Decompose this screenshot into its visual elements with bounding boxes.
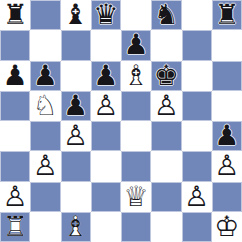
square-c5[interactable]: ♟	[61, 91, 91, 121]
square-e7[interactable]: ♟	[121, 30, 151, 60]
square-g8[interactable]	[182, 0, 212, 30]
square-e8[interactable]	[121, 0, 151, 30]
black-pawn-glyph: ♟	[212, 121, 242, 151]
white-king-piece[interactable]: ♚♔	[212, 212, 242, 242]
white-pawn-outline: ♙	[212, 151, 242, 181]
square-e5[interactable]	[121, 91, 151, 121]
black-pawn-glyph: ♟	[0, 61, 30, 91]
square-e6[interactable]: ♝♗	[121, 61, 151, 91]
white-knight-piece[interactable]: ♞♘	[30, 91, 60, 121]
white-rook-piece[interactable]: ♜♖	[0, 212, 30, 242]
black-pawn-piece[interactable]: ♟	[121, 30, 151, 60]
white-pawn-outline: ♙	[151, 91, 181, 121]
black-pawn-piece[interactable]: ♟	[61, 91, 91, 121]
black-queen-glyph: ♛	[91, 0, 121, 30]
black-rook-piece[interactable]: ♜	[0, 0, 30, 30]
square-d2[interactable]	[91, 182, 121, 212]
square-d3[interactable]	[91, 151, 121, 181]
white-pawn-piece[interactable]: ♟♙	[151, 91, 181, 121]
black-pawn-glyph: ♟	[121, 30, 151, 60]
square-b6[interactable]: ♟	[30, 61, 60, 91]
square-h4[interactable]: ♟	[212, 121, 242, 151]
black-pawn-glyph: ♟	[91, 61, 121, 91]
square-d1[interactable]	[91, 212, 121, 242]
square-b3[interactable]: ♟♙	[30, 151, 60, 181]
square-c2[interactable]	[61, 182, 91, 212]
square-g2[interactable]: ♟♙	[182, 182, 212, 212]
black-rook-glyph: ♜	[212, 0, 242, 30]
square-f7[interactable]	[151, 30, 181, 60]
white-bishop-piece[interactable]: ♝♗	[61, 212, 91, 242]
square-h7[interactable]	[212, 30, 242, 60]
white-knight-outline: ♘	[30, 91, 60, 121]
white-pawn-outline: ♙	[91, 91, 121, 121]
black-rook-glyph: ♜	[0, 0, 30, 30]
square-f8[interactable]: ♞	[151, 0, 181, 30]
white-bishop-outline: ♗	[121, 61, 151, 91]
white-queen-piece[interactable]: ♛♕	[121, 182, 151, 212]
square-c7[interactable]	[61, 30, 91, 60]
black-rook-piece[interactable]: ♜	[212, 0, 242, 30]
square-g3[interactable]	[182, 151, 212, 181]
white-pawn-outline: ♙	[30, 151, 60, 181]
white-pawn-piece[interactable]: ♟♙	[30, 151, 60, 181]
black-pawn-glyph: ♟	[30, 61, 60, 91]
square-a2[interactable]: ♟♙	[0, 182, 30, 212]
square-h8[interactable]: ♜	[212, 0, 242, 30]
square-f6[interactable]: ♚	[151, 61, 181, 91]
square-g6[interactable]	[182, 61, 212, 91]
chess-board: ♜♝♛♞♜♟♟♟♟♝♗♚♞♘♟♟♙♟♙♟♙♟♟♙♟♙♟♙♛♕♟♙♜♖♝♗♚♔	[0, 0, 242, 242]
black-pawn-piece[interactable]: ♟	[91, 61, 121, 91]
square-a1[interactable]: ♜♖	[0, 212, 30, 242]
square-e1[interactable]	[121, 212, 151, 242]
square-a6[interactable]: ♟	[0, 61, 30, 91]
square-d8[interactable]: ♛	[91, 0, 121, 30]
white-pawn-piece[interactable]: ♟♙	[61, 121, 91, 151]
black-pawn-piece[interactable]: ♟	[0, 61, 30, 91]
white-pawn-piece[interactable]: ♟♙	[0, 182, 30, 212]
black-queen-piece[interactable]: ♛	[91, 0, 121, 30]
black-knight-piece[interactable]: ♞	[151, 0, 181, 30]
square-b1[interactable]	[30, 212, 60, 242]
square-f3[interactable]	[151, 151, 181, 181]
square-f2[interactable]	[151, 182, 181, 212]
square-e3[interactable]	[121, 151, 151, 181]
square-d4[interactable]	[91, 121, 121, 151]
square-b7[interactable]	[30, 30, 60, 60]
square-h5[interactable]	[212, 91, 242, 121]
square-d7[interactable]	[91, 30, 121, 60]
white-pawn-piece[interactable]: ♟♙	[91, 91, 121, 121]
black-pawn-piece[interactable]: ♟	[212, 121, 242, 151]
square-c6[interactable]	[61, 61, 91, 91]
black-pawn-piece[interactable]: ♟	[30, 61, 60, 91]
square-f4[interactable]	[151, 121, 181, 151]
square-h2[interactable]	[212, 182, 242, 212]
square-a3[interactable]	[0, 151, 30, 181]
black-pawn-glyph: ♟	[61, 91, 91, 121]
black-king-glyph: ♚	[151, 61, 181, 91]
square-g1[interactable]	[182, 212, 212, 242]
white-bishop-piece[interactable]: ♝♗	[121, 61, 151, 91]
white-rook-outline: ♖	[0, 212, 30, 242]
white-queen-outline: ♕	[121, 182, 151, 212]
square-b8[interactable]	[30, 0, 60, 30]
white-pawn-outline: ♙	[61, 121, 91, 151]
square-f1[interactable]	[151, 212, 181, 242]
white-pawn-piece[interactable]: ♟♙	[212, 151, 242, 181]
square-c1[interactable]: ♝♗	[61, 212, 91, 242]
square-h3[interactable]: ♟♙	[212, 151, 242, 181]
square-d6[interactable]: ♟	[91, 61, 121, 91]
square-h1[interactable]: ♚♔	[212, 212, 242, 242]
black-knight-glyph: ♞	[151, 0, 181, 30]
square-g7[interactable]	[182, 30, 212, 60]
square-b5[interactable]: ♞♘	[30, 91, 60, 121]
white-pawn-outline: ♙	[0, 182, 30, 212]
white-king-outline: ♔	[212, 212, 242, 242]
square-e2[interactable]: ♛♕	[121, 182, 151, 212]
black-bishop-glyph: ♝	[61, 0, 91, 30]
black-king-piece[interactable]: ♚	[151, 61, 181, 91]
square-h6[interactable]	[212, 61, 242, 91]
square-c4[interactable]: ♟♙	[61, 121, 91, 151]
white-pawn-piece[interactable]: ♟♙	[182, 182, 212, 212]
white-bishop-outline: ♗	[61, 212, 91, 242]
white-pawn-outline: ♙	[182, 182, 212, 212]
square-g5[interactable]	[182, 91, 212, 121]
square-b4[interactable]	[30, 121, 60, 151]
square-g4[interactable]	[182, 121, 212, 151]
square-a8[interactable]: ♜	[0, 0, 30, 30]
black-bishop-piece[interactable]: ♝	[61, 0, 91, 30]
square-a4[interactable]	[0, 121, 30, 151]
square-c8[interactable]: ♝	[61, 0, 91, 30]
square-e4[interactable]	[121, 121, 151, 151]
square-a5[interactable]	[0, 91, 30, 121]
square-f5[interactable]: ♟♙	[151, 91, 181, 121]
square-b2[interactable]	[30, 182, 60, 212]
square-a7[interactable]	[0, 30, 30, 60]
square-c3[interactable]	[61, 151, 91, 181]
square-d5[interactable]: ♟♙	[91, 91, 121, 121]
